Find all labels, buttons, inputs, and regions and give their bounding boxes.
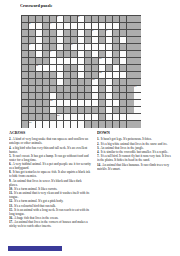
grid-cell bbox=[99, 114, 105, 120]
grid-cell[interactable] bbox=[85, 44, 91, 50]
grid-cell[interactable] bbox=[127, 114, 133, 120]
grid-cell bbox=[127, 107, 133, 113]
grid-cell[interactable] bbox=[64, 121, 70, 127]
grid-cell bbox=[43, 58, 49, 64]
grid-cell[interactable] bbox=[57, 44, 63, 50]
grid-cell[interactable] bbox=[64, 100, 70, 106]
grid-cell[interactable] bbox=[57, 58, 63, 64]
grid-cell[interactable] bbox=[106, 107, 112, 113]
grid-cell bbox=[64, 72, 70, 78]
page-theme: Animals bbox=[60, 3, 160, 13]
grid-cell bbox=[29, 51, 35, 57]
grid-cell[interactable] bbox=[99, 44, 105, 50]
clue-item-text: It has got tentacles to squeeze fish. It… bbox=[9, 170, 90, 178]
grid-cell[interactable] bbox=[134, 114, 140, 120]
grid-cell bbox=[127, 51, 133, 57]
grid-cell bbox=[85, 121, 91, 127]
grid-cell bbox=[50, 86, 56, 92]
grid-cell[interactable] bbox=[78, 44, 84, 50]
grid-cell bbox=[106, 16, 112, 22]
grid-cell bbox=[99, 37, 105, 43]
grid-cell bbox=[22, 100, 28, 106]
grid-cell[interactable] bbox=[92, 114, 98, 120]
grid-cell bbox=[36, 100, 42, 106]
grid-cell[interactable] bbox=[106, 86, 112, 92]
across-clues: 2. A kind of very long snake that can sq… bbox=[9, 137, 91, 256]
grid-cell bbox=[57, 51, 63, 57]
grid-cell bbox=[92, 121, 98, 127]
grid-cell bbox=[43, 114, 49, 120]
grid-cell bbox=[127, 65, 133, 71]
grid-cell[interactable]: 2 bbox=[78, 16, 84, 22]
grid-cell bbox=[64, 107, 70, 113]
grid-cell bbox=[99, 121, 105, 127]
grid-cell[interactable] bbox=[78, 72, 84, 78]
clue-item-number: 12. bbox=[9, 199, 13, 203]
grid-cell[interactable] bbox=[71, 100, 77, 106]
grid-cell[interactable] bbox=[57, 30, 63, 36]
grid-cell bbox=[134, 121, 140, 127]
clue-number: 6 bbox=[106, 29, 107, 31]
grid-cell[interactable]: 13 bbox=[92, 79, 98, 85]
grid-cell[interactable] bbox=[50, 58, 56, 64]
grid-cell[interactable] bbox=[92, 51, 98, 57]
grid-cell bbox=[29, 30, 35, 36]
grid-cell bbox=[127, 58, 133, 64]
grid-cell[interactable] bbox=[113, 23, 119, 29]
grid-cell bbox=[113, 79, 119, 85]
grid-cell bbox=[22, 65, 28, 71]
grid-cell[interactable] bbox=[120, 51, 126, 57]
grid-cell bbox=[113, 86, 119, 92]
grid-cell[interactable] bbox=[36, 23, 42, 29]
grid-cell bbox=[22, 93, 28, 99]
grid-cell bbox=[99, 93, 105, 99]
grid-cell bbox=[85, 51, 91, 57]
grid-cell[interactable] bbox=[78, 114, 84, 120]
grid-cell bbox=[43, 44, 49, 50]
grid-cell[interactable] bbox=[92, 93, 98, 99]
grid-cell bbox=[43, 72, 49, 78]
grid-cell[interactable] bbox=[57, 65, 63, 71]
grid-cell[interactable]: 7 bbox=[29, 44, 35, 50]
grid-cell[interactable] bbox=[120, 58, 126, 64]
grid-cell bbox=[71, 79, 77, 85]
grid-cell[interactable] bbox=[57, 79, 63, 85]
clue-item-number: 11. bbox=[9, 191, 13, 195]
grid-cell[interactable] bbox=[78, 23, 84, 29]
grid-cell bbox=[127, 121, 133, 127]
clue-item-text: It can't sweat. It has got a hump. It ca… bbox=[9, 154, 89, 162]
clue-number: 10 bbox=[99, 57, 102, 59]
grid-cell bbox=[22, 51, 28, 57]
clue-number: 9 bbox=[50, 50, 51, 52]
grid-cell bbox=[120, 93, 126, 99]
grid-cell[interactable] bbox=[57, 72, 63, 78]
grid-cell bbox=[43, 37, 49, 43]
grid-cell[interactable] bbox=[78, 51, 84, 57]
grid-cell bbox=[36, 114, 42, 120]
grid-cell[interactable] bbox=[106, 93, 112, 99]
grid-cell bbox=[29, 86, 35, 92]
clue-number: 8 bbox=[71, 43, 72, 45]
grid-cell bbox=[120, 65, 126, 71]
grid-cell bbox=[85, 58, 91, 64]
grid-cell[interactable] bbox=[78, 121, 84, 127]
grid-cell bbox=[113, 121, 119, 127]
grid-cell bbox=[64, 86, 70, 92]
grid-cell bbox=[127, 23, 133, 29]
grid-cell bbox=[50, 72, 56, 78]
clue-item: 5. It can't sweat. It has got a hump. It… bbox=[9, 154, 91, 162]
grid-cell bbox=[120, 107, 126, 113]
grid-cell bbox=[29, 65, 35, 71]
grid-cell[interactable] bbox=[50, 107, 56, 113]
clue-number: 11 bbox=[36, 64, 38, 66]
grid-cell[interactable] bbox=[106, 114, 112, 120]
clue-item-text: It is an animal with a long neck. It can… bbox=[9, 208, 89, 216]
grid-cell bbox=[113, 44, 119, 50]
grid-cell bbox=[134, 23, 140, 29]
clue-item-text: It's a farm animal. It's got a pink body… bbox=[14, 199, 64, 203]
grid-cell[interactable] bbox=[106, 37, 112, 43]
grid-cell[interactable] bbox=[78, 65, 84, 71]
grid-cell bbox=[85, 93, 91, 99]
down-clues: 1. It hasn't got legs. It's poisonous. I… bbox=[97, 137, 173, 204]
grid-cell bbox=[99, 86, 105, 92]
grid-cell bbox=[85, 107, 91, 113]
grid-cell bbox=[78, 79, 84, 85]
grid-cell[interactable] bbox=[113, 114, 119, 120]
grid-cell[interactable]: 11 bbox=[36, 65, 42, 71]
grid-cell bbox=[85, 72, 91, 78]
grid-cell bbox=[127, 16, 133, 22]
grid-cell[interactable]: 10 bbox=[99, 58, 105, 64]
grid-cell bbox=[43, 30, 49, 36]
clue-item: 2. A kind of very long snake that can sq… bbox=[9, 137, 91, 145]
grid-cell[interactable]: 3 bbox=[29, 23, 35, 29]
grid-cell[interactable] bbox=[106, 72, 112, 78]
grid-cell bbox=[22, 44, 28, 50]
clue-number: 2 bbox=[78, 15, 79, 17]
grid-cell[interactable] bbox=[57, 100, 63, 106]
grid-cell bbox=[29, 93, 35, 99]
grid-cell bbox=[64, 44, 70, 50]
grid-cell bbox=[36, 72, 42, 78]
grid-cell bbox=[64, 30, 70, 36]
grid-cell bbox=[43, 16, 49, 22]
grid-cell[interactable] bbox=[134, 100, 140, 106]
grid-cell[interactable] bbox=[71, 114, 77, 120]
grid-cell[interactable] bbox=[36, 51, 42, 57]
grid-cell[interactable] bbox=[43, 121, 49, 127]
grid-cell bbox=[43, 100, 49, 106]
grid-cell[interactable] bbox=[50, 121, 56, 127]
grid-cell bbox=[106, 121, 112, 127]
grid-cell bbox=[64, 79, 70, 85]
grid-cell[interactable] bbox=[113, 100, 119, 106]
grid-cell bbox=[99, 79, 105, 85]
grid-cell bbox=[127, 30, 133, 36]
grid-cell bbox=[134, 30, 140, 36]
grid-cell[interactable]: 5 bbox=[92, 30, 98, 36]
grid-cell bbox=[106, 65, 112, 71]
grid-cell[interactable] bbox=[113, 65, 119, 71]
grid-cell bbox=[43, 51, 49, 57]
grid-cell[interactable] bbox=[64, 23, 70, 29]
grid-cell[interactable] bbox=[106, 79, 112, 85]
grid-cell bbox=[29, 100, 35, 106]
clue-item-text: It's a farm animal. It likes carrots. bbox=[14, 187, 58, 191]
grid-cell bbox=[50, 30, 56, 36]
grid-cell bbox=[36, 79, 42, 85]
grid-cell bbox=[85, 86, 91, 92]
grid-cell bbox=[127, 72, 133, 78]
grid-cell[interactable] bbox=[78, 58, 84, 64]
grid-cell bbox=[85, 65, 91, 71]
clue-item-text: a big bird who has very thin and tall ne… bbox=[9, 145, 87, 153]
grid-cell bbox=[29, 107, 35, 113]
grid-cell[interactable] bbox=[71, 23, 77, 29]
grid-cell[interactable] bbox=[43, 65, 49, 71]
grid-cell bbox=[120, 121, 126, 127]
grid-cell bbox=[29, 72, 35, 78]
grid-cell bbox=[22, 30, 28, 36]
clue-item-text: A kind of very long snake that can squee… bbox=[9, 137, 88, 145]
grid-cell[interactable] bbox=[85, 114, 91, 120]
grid-cell bbox=[22, 86, 28, 92]
grid-cell bbox=[113, 93, 119, 99]
grid-cell[interactable] bbox=[99, 23, 105, 29]
footer-bar bbox=[8, 246, 62, 251]
grid-cell[interactable] bbox=[57, 37, 63, 43]
clue-item-text: It hasn't got legs. It's poisonous. It b… bbox=[100, 137, 152, 141]
grid-cell bbox=[113, 30, 119, 36]
grid-cell[interactable]: 15 bbox=[50, 100, 56, 106]
grid-cell bbox=[85, 16, 91, 22]
grid-cell[interactable]: 9 bbox=[50, 51, 56, 57]
grid-cell[interactable] bbox=[64, 58, 70, 64]
grid-cell bbox=[71, 30, 77, 36]
grid-cell bbox=[22, 58, 28, 64]
clue-number: 13 bbox=[92, 78, 95, 80]
grid-cell bbox=[120, 100, 126, 106]
grid-cell[interactable] bbox=[78, 100, 84, 106]
grid-cell bbox=[36, 16, 42, 22]
grid-cell[interactable]: 16 bbox=[57, 114, 63, 120]
grid-cell bbox=[134, 65, 140, 71]
grid-cell bbox=[64, 37, 70, 43]
grid-cell bbox=[127, 44, 133, 50]
grid-cell bbox=[134, 16, 140, 22]
clue-item-text: An animal that lives in the jungle. bbox=[100, 146, 144, 150]
grid-cell bbox=[127, 37, 133, 43]
grid-cell bbox=[50, 37, 56, 43]
grid-cell bbox=[57, 86, 63, 92]
clue-item-text: A very faithful animal. It's a pet and p… bbox=[9, 162, 91, 170]
grid-cell bbox=[22, 37, 28, 43]
grid-cell bbox=[127, 86, 133, 92]
grid-cell bbox=[71, 107, 77, 113]
grid-cell bbox=[50, 79, 56, 85]
grid-cell bbox=[71, 51, 77, 57]
grid-cell bbox=[113, 16, 119, 22]
grid-cell bbox=[85, 37, 91, 43]
grid-cell[interactable] bbox=[120, 37, 126, 43]
grid-cell[interactable] bbox=[71, 121, 77, 127]
grid-cell bbox=[22, 114, 28, 120]
grid-cell[interactable] bbox=[78, 30, 84, 36]
clue-item-number: 15. bbox=[9, 208, 13, 212]
grid-cell bbox=[113, 51, 119, 57]
grid-cell[interactable] bbox=[106, 51, 112, 57]
grid-cell[interactable] bbox=[113, 72, 119, 78]
grid-cell[interactable] bbox=[120, 72, 126, 78]
grid-cell bbox=[127, 100, 133, 106]
grid-cell bbox=[134, 51, 140, 57]
grid-cell bbox=[99, 30, 105, 36]
grid-cell bbox=[134, 72, 140, 78]
grid-cell bbox=[71, 65, 77, 71]
grid-cell[interactable] bbox=[134, 93, 140, 99]
grid-cell bbox=[43, 93, 49, 99]
grid-cell[interactable] bbox=[92, 44, 98, 50]
grid-cell bbox=[113, 58, 119, 64]
grid-cell bbox=[29, 79, 35, 85]
clue-item: 9. An animal that lives in sewer. It's b… bbox=[9, 178, 91, 186]
grid-cell bbox=[36, 107, 42, 113]
grid-cell[interactable]: 17 bbox=[29, 121, 35, 127]
clue-item-text: It is similar to the crocodile but small… bbox=[100, 150, 168, 154]
grid-cell bbox=[36, 86, 42, 92]
clue-item: 4. a big bird who has very thin and tall… bbox=[9, 145, 91, 153]
grid-cell[interactable] bbox=[36, 121, 42, 127]
clue-number: 1 bbox=[57, 15, 58, 17]
grid-cell[interactable] bbox=[57, 121, 63, 127]
grid-cell[interactable] bbox=[106, 58, 112, 64]
clue-item-number: 17. bbox=[9, 220, 13, 224]
grid-cell[interactable]: 4 bbox=[50, 23, 56, 29]
grid-cell bbox=[92, 65, 98, 71]
grid-cell bbox=[64, 51, 70, 57]
clue-item: 8. It has got tentacles to squeeze fish.… bbox=[9, 170, 91, 178]
grid-cell bbox=[64, 93, 70, 99]
grid-cell[interactable] bbox=[64, 114, 70, 120]
clue-item-text: An animal that likes bananas. It can cli… bbox=[97, 162, 169, 170]
grid-cell bbox=[78, 93, 84, 99]
grid-cell bbox=[29, 58, 35, 64]
grid-cell bbox=[57, 93, 63, 99]
clue-number: 3 bbox=[29, 22, 30, 24]
grid-cell bbox=[22, 23, 28, 29]
grid-cell bbox=[120, 44, 126, 50]
grid-cell bbox=[22, 16, 28, 22]
grid-cell bbox=[85, 79, 91, 85]
grid-cell[interactable] bbox=[92, 100, 98, 106]
grid-cell bbox=[134, 37, 140, 43]
grid-cell bbox=[29, 114, 35, 120]
clue-item-text: It's a colourful bird that can talk. bbox=[14, 203, 56, 207]
grid-cell[interactable] bbox=[85, 100, 91, 106]
grid-cell[interactable] bbox=[106, 100, 112, 106]
grid-cell[interactable] bbox=[92, 37, 98, 43]
grid-cell bbox=[134, 44, 140, 50]
grid-cell bbox=[120, 86, 126, 92]
clue-item-text: A huge fish that lives in the ocean. bbox=[14, 216, 59, 220]
grid-cell[interactable] bbox=[92, 86, 98, 92]
grid-cell bbox=[43, 107, 49, 113]
clue-item: 11. It's an animal that is very clean an… bbox=[9, 191, 91, 199]
grid-cell bbox=[78, 107, 84, 113]
clue-item: 15. It is an animal with a long neck. It… bbox=[9, 208, 91, 216]
grid-cell bbox=[71, 16, 77, 22]
clue-number: 12 bbox=[99, 71, 102, 73]
clue-item-number: 14. bbox=[97, 162, 101, 166]
grid-cell bbox=[71, 86, 77, 92]
grid-cell bbox=[43, 23, 49, 29]
grid-cell[interactable]: 1 bbox=[57, 16, 63, 22]
grid-cell bbox=[22, 79, 28, 85]
clue-item-text: An animal that lives in the corners of h… bbox=[9, 220, 88, 228]
grid-cell bbox=[99, 107, 105, 113]
grid-cell[interactable]: 8 bbox=[71, 44, 77, 50]
grid-cell[interactable] bbox=[78, 37, 84, 43]
clue-number: 17 bbox=[29, 121, 32, 123]
grid-cell bbox=[57, 107, 63, 113]
grid-cell bbox=[22, 107, 28, 113]
grid-cell[interactable]: 12 bbox=[99, 72, 105, 78]
grid-cell[interactable] bbox=[50, 65, 56, 71]
grid-cell bbox=[64, 16, 70, 22]
grid-cell[interactable] bbox=[57, 23, 63, 29]
grid-cell bbox=[127, 93, 133, 99]
grid-cell bbox=[120, 16, 126, 22]
grid-cell[interactable]: 14 bbox=[134, 86, 140, 92]
grid-cell bbox=[43, 86, 49, 92]
grid-cell bbox=[113, 37, 119, 43]
grid-cell[interactable] bbox=[120, 114, 126, 120]
clue-item: 14. An animal that likes bananas. It can… bbox=[97, 162, 173, 170]
grid-cell bbox=[99, 16, 105, 22]
clue-number: 14 bbox=[134, 85, 137, 87]
clue-item-text: It's a tall bird. It cannot fly but it r… bbox=[97, 154, 171, 162]
grid-cell bbox=[22, 72, 28, 78]
grid-cell bbox=[113, 107, 119, 113]
grid-cell[interactable] bbox=[36, 30, 42, 36]
grid-cell bbox=[22, 121, 28, 127]
clue-number: 5 bbox=[92, 29, 93, 31]
clue-item: 7. It's a tall bird. It cannot fly but i… bbox=[97, 154, 173, 162]
grid-cell[interactable] bbox=[134, 107, 140, 113]
grid-cell[interactable] bbox=[71, 58, 77, 64]
grid-cell[interactable] bbox=[36, 44, 42, 50]
grid-cell[interactable] bbox=[36, 37, 42, 43]
grid-cell bbox=[120, 23, 126, 29]
grid-cell bbox=[78, 86, 84, 92]
grid-cell bbox=[127, 79, 133, 85]
clue-number: 4 bbox=[50, 22, 51, 24]
grid-cell[interactable]: 6 bbox=[106, 30, 112, 36]
grid-cell[interactable] bbox=[85, 23, 91, 29]
grid-cell bbox=[71, 72, 77, 78]
grid-cell bbox=[92, 16, 98, 22]
clue-item: 6. A very faithful animal. It's a pet an… bbox=[9, 162, 91, 170]
grid-cell[interactable] bbox=[106, 44, 112, 50]
clue-item: 17. An animal that lives in the corners … bbox=[9, 220, 91, 228]
grid-cell bbox=[120, 30, 126, 36]
clue-number: 7 bbox=[29, 43, 30, 45]
crossword-grid: 1234567891011121314151617 bbox=[21, 15, 141, 128]
